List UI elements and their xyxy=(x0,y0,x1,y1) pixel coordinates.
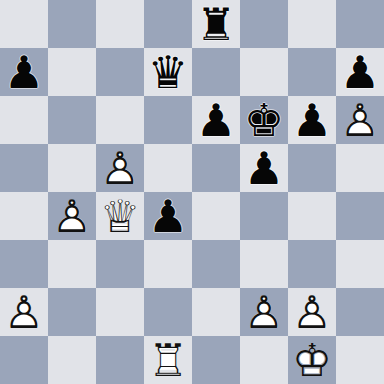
black-pawn-icon: ♟ xyxy=(0,48,48,96)
square-h2[interactable] xyxy=(336,288,384,336)
square-a5[interactable] xyxy=(0,144,48,192)
white-king-outline-icon: ♔ xyxy=(288,336,336,384)
square-b4[interactable]: ♟♙ xyxy=(48,192,96,240)
square-b5[interactable] xyxy=(48,144,96,192)
black-queen-icon: ♛ xyxy=(144,48,192,96)
square-b8[interactable] xyxy=(48,0,96,48)
black-pawn[interactable]: ♟ xyxy=(0,48,48,96)
square-b1[interactable] xyxy=(48,336,96,384)
white-king[interactable]: ♚♔ xyxy=(288,336,336,384)
black-pawn[interactable]: ♟ xyxy=(192,96,240,144)
square-g2[interactable]: ♟♙ xyxy=(288,288,336,336)
square-a6[interactable] xyxy=(0,96,48,144)
black-pawn-icon: ♟ xyxy=(240,144,288,192)
white-pawn[interactable]: ♟♙ xyxy=(240,288,288,336)
square-d5[interactable] xyxy=(144,144,192,192)
square-f6[interactable]: ♚ xyxy=(240,96,288,144)
black-pawn-icon: ♟ xyxy=(336,48,384,96)
square-f7[interactable] xyxy=(240,48,288,96)
square-d4[interactable]: ♟ xyxy=(144,192,192,240)
black-king[interactable]: ♚ xyxy=(240,96,288,144)
square-b6[interactable] xyxy=(48,96,96,144)
square-g6[interactable]: ♟ xyxy=(288,96,336,144)
square-c8[interactable] xyxy=(96,0,144,48)
black-queen[interactable]: ♛ xyxy=(144,48,192,96)
black-rook[interactable]: ♜ xyxy=(192,0,240,48)
square-d8[interactable] xyxy=(144,0,192,48)
square-f3[interactable] xyxy=(240,240,288,288)
black-pawn-icon: ♟ xyxy=(288,96,336,144)
square-e2[interactable] xyxy=(192,288,240,336)
white-pawn[interactable]: ♟♙ xyxy=(48,192,96,240)
square-e6[interactable]: ♟ xyxy=(192,96,240,144)
square-e3[interactable] xyxy=(192,240,240,288)
white-queen-icon: ♛ xyxy=(96,192,144,240)
white-king-icon: ♚ xyxy=(288,336,336,384)
square-e4[interactable] xyxy=(192,192,240,240)
square-f5[interactable]: ♟ xyxy=(240,144,288,192)
chess-board-wrap: ♜♟♛♟♟♚♟♟♙♟♙♟♟♙♛♕♟♟♙♟♙♟♙♜♖♚♔ xyxy=(0,0,384,384)
square-c7[interactable] xyxy=(96,48,144,96)
square-d3[interactable] xyxy=(144,240,192,288)
black-rook-icon: ♜ xyxy=(192,0,240,48)
white-pawn-icon: ♟ xyxy=(0,288,48,336)
white-rook[interactable]: ♜♖ xyxy=(144,336,192,384)
white-pawn-icon: ♟ xyxy=(48,192,96,240)
square-g3[interactable] xyxy=(288,240,336,288)
white-pawn-outline-icon: ♙ xyxy=(288,288,336,336)
square-h4[interactable] xyxy=(336,192,384,240)
white-pawn[interactable]: ♟♙ xyxy=(0,288,48,336)
white-rook-icon: ♜ xyxy=(144,336,192,384)
square-c1[interactable] xyxy=(96,336,144,384)
square-c5[interactable]: ♟♙ xyxy=(96,144,144,192)
white-pawn-icon: ♟ xyxy=(336,96,384,144)
square-a3[interactable] xyxy=(0,240,48,288)
white-pawn-outline-icon: ♙ xyxy=(96,144,144,192)
square-a7[interactable]: ♟ xyxy=(0,48,48,96)
chess-board: ♜♟♛♟♟♚♟♟♙♟♙♟♟♙♛♕♟♟♙♟♙♟♙♜♖♚♔ xyxy=(0,0,384,384)
square-d7[interactable]: ♛ xyxy=(144,48,192,96)
square-e1[interactable] xyxy=(192,336,240,384)
white-pawn-icon: ♟ xyxy=(96,144,144,192)
white-pawn[interactable]: ♟♙ xyxy=(336,96,384,144)
square-h7[interactable]: ♟ xyxy=(336,48,384,96)
square-b7[interactable] xyxy=(48,48,96,96)
square-a8[interactable] xyxy=(0,0,48,48)
square-c4[interactable]: ♛♕ xyxy=(96,192,144,240)
square-h8[interactable] xyxy=(336,0,384,48)
square-e8[interactable]: ♜ xyxy=(192,0,240,48)
black-pawn[interactable]: ♟ xyxy=(336,48,384,96)
white-pawn-outline-icon: ♙ xyxy=(0,288,48,336)
square-a4[interactable] xyxy=(0,192,48,240)
square-f8[interactable] xyxy=(240,0,288,48)
square-a2[interactable]: ♟♙ xyxy=(0,288,48,336)
square-d6[interactable] xyxy=(144,96,192,144)
white-pawn-outline-icon: ♙ xyxy=(240,288,288,336)
white-pawn-outline-icon: ♙ xyxy=(48,192,96,240)
square-g5[interactable] xyxy=(288,144,336,192)
square-d1[interactable]: ♜♖ xyxy=(144,336,192,384)
square-h3[interactable] xyxy=(336,240,384,288)
square-b3[interactable] xyxy=(48,240,96,288)
white-pawn-outline-icon: ♙ xyxy=(336,96,384,144)
black-king-icon: ♚ xyxy=(240,96,288,144)
square-c3[interactable] xyxy=(96,240,144,288)
square-h1[interactable] xyxy=(336,336,384,384)
square-c2[interactable] xyxy=(96,288,144,336)
square-b2[interactable] xyxy=(48,288,96,336)
white-pawn-icon: ♟ xyxy=(240,288,288,336)
white-queen[interactable]: ♛♕ xyxy=(96,192,144,240)
square-e5[interactable] xyxy=(192,144,240,192)
square-d2[interactable] xyxy=(144,288,192,336)
square-f1[interactable] xyxy=(240,336,288,384)
white-queen-outline-icon: ♕ xyxy=(96,192,144,240)
square-c6[interactable] xyxy=(96,96,144,144)
square-h6[interactable]: ♟♙ xyxy=(336,96,384,144)
black-pawn[interactable]: ♟ xyxy=(240,144,288,192)
white-pawn[interactable]: ♟♙ xyxy=(96,144,144,192)
square-g4[interactable] xyxy=(288,192,336,240)
square-g7[interactable] xyxy=(288,48,336,96)
black-pawn-icon: ♟ xyxy=(192,96,240,144)
white-pawn[interactable]: ♟♙ xyxy=(288,288,336,336)
black-pawn[interactable]: ♟ xyxy=(288,96,336,144)
square-h5[interactable] xyxy=(336,144,384,192)
white-pawn-icon: ♟ xyxy=(288,288,336,336)
square-f2[interactable]: ♟♙ xyxy=(240,288,288,336)
white-rook-outline-icon: ♖ xyxy=(144,336,192,384)
square-g8[interactable] xyxy=(288,0,336,48)
black-pawn[interactable]: ♟ xyxy=(144,192,192,240)
square-f4[interactable] xyxy=(240,192,288,240)
square-g1[interactable]: ♚♔ xyxy=(288,336,336,384)
square-e7[interactable] xyxy=(192,48,240,96)
square-a1[interactable] xyxy=(0,336,48,384)
black-pawn-icon: ♟ xyxy=(144,192,192,240)
